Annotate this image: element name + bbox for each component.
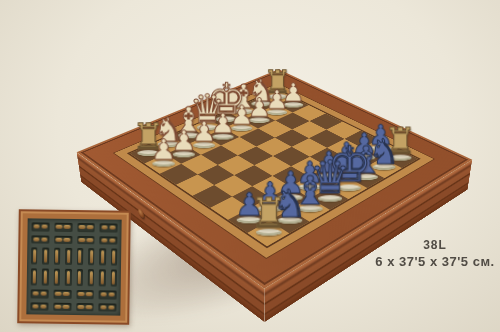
chess-piece-white-b: ♝ xyxy=(226,81,263,112)
tray-slot xyxy=(111,249,118,266)
tray-piece xyxy=(79,225,85,230)
tray-piece xyxy=(101,250,104,264)
tray-piece xyxy=(64,225,70,230)
tray-piece xyxy=(33,237,39,242)
tray-slot xyxy=(76,269,83,286)
tray-piece xyxy=(86,292,92,297)
tray-row xyxy=(29,301,117,313)
chess-piece-white-p: ♟ xyxy=(258,89,295,113)
tray-slot xyxy=(65,248,72,265)
board-square xyxy=(274,129,309,147)
board-square xyxy=(275,113,309,130)
board-square xyxy=(256,138,291,156)
tray-slot xyxy=(53,290,71,299)
photo-background: ♜♞♝♛♚♝♞♜♟♟♟♟♟♟♟♟♟♟♟♟♟♟♟♟♜♞♝♛♚♝♞♜ 38L 6 x… xyxy=(0,0,500,332)
tray-row xyxy=(30,246,118,266)
board-square: ♝ xyxy=(227,104,260,120)
board-square: ♞ xyxy=(244,97,276,112)
product-code: 38L xyxy=(356,238,500,252)
tray-slot xyxy=(99,290,117,299)
tray-slot xyxy=(99,248,106,265)
drawer-knob xyxy=(138,207,144,219)
tray-slot xyxy=(77,223,95,232)
tray-slot xyxy=(42,248,49,265)
tray-piece xyxy=(32,304,38,309)
tray-slot xyxy=(76,290,94,299)
tray-piece xyxy=(40,304,46,309)
tray-slot xyxy=(77,236,95,245)
tray-piece xyxy=(109,226,115,231)
tray-slot xyxy=(30,302,48,311)
tray-piece xyxy=(101,238,107,243)
tray-piece xyxy=(78,250,81,264)
tray-slot xyxy=(88,248,95,265)
tray-row xyxy=(30,267,118,287)
tray-slot xyxy=(77,248,84,265)
tray-slot xyxy=(110,270,117,287)
board-square: ♚ xyxy=(209,112,242,128)
storage-tray-inset xyxy=(17,209,131,325)
tray-piece xyxy=(100,292,106,297)
chess-piece-white-q: ♛ xyxy=(189,90,227,128)
tray-piece xyxy=(63,304,69,309)
tray-piece xyxy=(55,292,61,297)
chess-piece-white-p: ♟ xyxy=(241,96,278,121)
chess-piece-black-r: ♜ xyxy=(246,194,292,234)
chess-piece-white-p: ♟ xyxy=(143,137,184,164)
tray-piece xyxy=(87,225,93,230)
chess-piece-white-p: ♟ xyxy=(184,120,223,146)
tray-piece xyxy=(112,271,115,285)
chess-piece-white-p: ♟ xyxy=(204,112,242,138)
tray-piece xyxy=(44,270,47,284)
tray-row xyxy=(30,288,118,300)
board-square: ♜ xyxy=(247,221,289,246)
tray-slot xyxy=(31,235,49,244)
chess-piece-white-n: ♞ xyxy=(243,76,279,105)
chess-piece-white-p: ♟ xyxy=(223,104,261,129)
tray-piece xyxy=(32,270,35,284)
board-square: ♟ xyxy=(242,112,275,128)
tray-piece xyxy=(40,292,46,297)
tray-piece xyxy=(55,270,58,284)
board-square xyxy=(240,129,275,147)
tray-piece xyxy=(56,225,62,230)
tray-slot xyxy=(31,247,38,264)
tray-piece xyxy=(79,238,85,243)
tray-piece xyxy=(67,250,70,264)
board-square xyxy=(309,113,343,130)
tray-piece xyxy=(33,249,36,263)
tray-slot xyxy=(100,223,118,232)
tray-row xyxy=(30,221,118,233)
tray-piece xyxy=(63,292,69,297)
tray-piece xyxy=(109,293,115,298)
board-square: ♟ xyxy=(205,128,240,146)
board-square: ♟ xyxy=(276,97,308,112)
tray-piece xyxy=(100,305,106,310)
tray-piece xyxy=(112,250,115,264)
caption: 38L 6 x 37'5 x 37'5 см. xyxy=(356,238,500,269)
tray-slot xyxy=(53,302,71,311)
tray-slot xyxy=(65,269,72,286)
tray-slot xyxy=(53,269,60,286)
tray-piece xyxy=(41,225,47,230)
board-square: ♟ xyxy=(185,136,220,154)
tray-slot xyxy=(31,222,49,231)
board-square xyxy=(221,137,256,155)
chess-piece-white-b: ♝ xyxy=(169,104,207,137)
tray-piece xyxy=(56,237,62,242)
tray-piece xyxy=(86,305,92,310)
tray-piece xyxy=(33,224,39,229)
tray-piece xyxy=(101,271,104,285)
tray-piece xyxy=(101,225,107,230)
product-dimensions: 6 x 37'5 x 37'5 см. xyxy=(356,254,500,269)
tray-piece xyxy=(109,238,115,243)
tray-slot xyxy=(54,223,72,232)
chess-piece-white-r: ♜ xyxy=(260,67,295,97)
tray-slot xyxy=(54,248,61,265)
tray-row xyxy=(30,234,118,246)
tray-slot xyxy=(31,289,49,298)
tray-slot xyxy=(31,268,38,285)
chess-piece-white-k: ♚ xyxy=(207,80,244,121)
tray-piece xyxy=(108,305,114,310)
board-square xyxy=(258,121,292,138)
tray-piece xyxy=(78,305,84,310)
board-square xyxy=(292,105,325,121)
tray-piece xyxy=(67,271,70,285)
tray-piece xyxy=(78,292,84,297)
tray-piece xyxy=(41,237,47,242)
tray-slot xyxy=(100,236,118,245)
tray-slot xyxy=(99,269,106,286)
tray-piece xyxy=(55,304,61,309)
board-square: ♟ xyxy=(224,120,258,137)
board-square: ♟ xyxy=(259,105,292,121)
board-square xyxy=(292,121,326,138)
tray-piece xyxy=(78,271,81,285)
tray-piece xyxy=(64,237,70,242)
tray-slot xyxy=(42,269,49,286)
tray-slot xyxy=(99,303,117,312)
board-square: ♜ xyxy=(261,90,293,105)
tray-piece xyxy=(90,250,93,264)
tray-piece xyxy=(32,291,38,296)
tray-slot xyxy=(54,235,72,244)
tray-insert xyxy=(26,218,121,315)
board-square: ♛ xyxy=(190,119,224,136)
tray-slot xyxy=(76,303,94,312)
chess-piece-white-p: ♟ xyxy=(275,81,311,105)
tray-slot xyxy=(88,269,95,286)
tray-piece xyxy=(87,238,93,243)
tray-piece xyxy=(44,249,47,263)
tray-piece xyxy=(56,249,59,263)
tray-piece xyxy=(89,271,92,285)
chess-set-scene: ♜♞♝♛♚♝♞♜♟♟♟♟♟♟♟♟♟♟♟♟♟♟♟♟♜♞♝♛♚♝♞♜ xyxy=(73,0,473,332)
